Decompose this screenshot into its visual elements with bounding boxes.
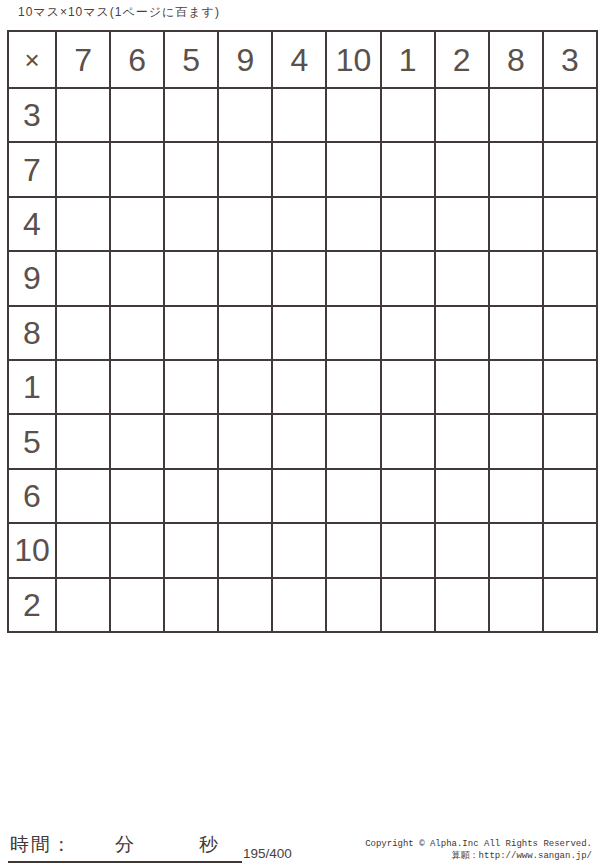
answer-cell-r6c1[interactable] (57, 361, 109, 413)
answer-cell-r7c4[interactable] (219, 415, 271, 467)
col-header-2: 2 (436, 32, 488, 87)
answer-cell-r3c10[interactable] (544, 198, 596, 250)
col-header-5: 5 (165, 32, 217, 87)
answer-cell-r4c10[interactable] (544, 252, 596, 304)
page-number: 195/400 (243, 846, 292, 861)
answer-cell-r9c3[interactable] (165, 524, 217, 576)
answer-cell-r5c8[interactable] (436, 307, 488, 359)
answer-cell-r4c4[interactable] (219, 252, 271, 304)
answer-cell-r4c1[interactable] (57, 252, 109, 304)
answer-cell-r10c7[interactable] (382, 579, 434, 631)
answer-cell-r9c4[interactable] (219, 524, 271, 576)
answer-cell-r2c10[interactable] (544, 143, 596, 195)
answer-cell-r10c4[interactable] (219, 579, 271, 631)
copyright-line1: Copyright © Alpha.Inc All Rights Reserve… (365, 839, 592, 851)
operator-cell: × (9, 32, 55, 87)
multiplication-grid: ×7659410128337498156102 (7, 30, 598, 633)
answer-cell-r9c2[interactable] (111, 524, 163, 576)
time-entry-line: 時間： 分 秒 (8, 832, 242, 863)
copyright: Copyright © Alpha.Inc All Rights Reserve… (365, 839, 592, 862)
answer-cell-r8c1[interactable] (57, 470, 109, 522)
row-header-9: 9 (9, 252, 55, 304)
answer-cell-r1c8[interactable] (436, 89, 488, 141)
answer-cell-r5c9[interactable] (490, 307, 542, 359)
row-header-8: 8 (9, 307, 55, 359)
answer-cell-r7c1[interactable] (57, 415, 109, 467)
answer-cell-r7c2[interactable] (111, 415, 163, 467)
row-header-3: 3 (9, 89, 55, 141)
answer-cell-r9c7[interactable] (382, 524, 434, 576)
answer-cell-r6c7[interactable] (382, 361, 434, 413)
col-header-3: 3 (544, 32, 596, 87)
answer-cell-r5c4[interactable] (219, 307, 271, 359)
answer-cell-r1c3[interactable] (165, 89, 217, 141)
answer-cell-r6c9[interactable] (490, 361, 542, 413)
answer-cell-r3c9[interactable] (490, 198, 542, 250)
answer-cell-r1c9[interactable] (490, 89, 542, 141)
answer-cell-r8c2[interactable] (111, 470, 163, 522)
answer-cell-r2c1[interactable] (57, 143, 109, 195)
answer-cell-r8c7[interactable] (382, 470, 434, 522)
answer-cell-r5c1[interactable] (57, 307, 109, 359)
answer-cell-r9c9[interactable] (490, 524, 542, 576)
copyright-line2: 算願：http://www.sangan.jp/ (365, 851, 592, 863)
answer-cell-r9c6[interactable] (327, 524, 379, 576)
row-header-10: 10 (9, 524, 55, 576)
answer-cell-r10c2[interactable] (111, 579, 163, 631)
answer-cell-r1c10[interactable] (544, 89, 596, 141)
answer-cell-r3c8[interactable] (436, 198, 488, 250)
answer-cell-r8c4[interactable] (219, 470, 271, 522)
answer-cell-r2c2[interactable] (111, 143, 163, 195)
worksheet-page: 10マス×10マス(1ページに百ます) ×7659410128337498156… (0, 0, 600, 865)
answer-cell-r2c7[interactable] (382, 143, 434, 195)
answer-cell-r8c10[interactable] (544, 470, 596, 522)
answer-cell-r4c3[interactable] (165, 252, 217, 304)
answer-cell-r9c10[interactable] (544, 524, 596, 576)
answer-cell-r8c3[interactable] (165, 470, 217, 522)
answer-cell-r9c5[interactable] (273, 524, 325, 576)
answer-cell-r4c8[interactable] (436, 252, 488, 304)
row-header-1: 1 (9, 361, 55, 413)
answer-cell-r3c3[interactable] (165, 198, 217, 250)
answer-cell-r1c5[interactable] (273, 89, 325, 141)
answer-cell-r6c4[interactable] (219, 361, 271, 413)
answer-cell-r2c9[interactable] (490, 143, 542, 195)
answer-cell-r1c2[interactable] (111, 89, 163, 141)
answer-cell-r10c5[interactable] (273, 579, 325, 631)
answer-cell-r4c2[interactable] (111, 252, 163, 304)
answer-cell-r3c1[interactable] (57, 198, 109, 250)
col-header-9: 9 (219, 32, 271, 87)
answer-cell-r8c5[interactable] (273, 470, 325, 522)
answer-cell-r3c4[interactable] (219, 198, 271, 250)
answer-cell-r10c1[interactable] (57, 579, 109, 631)
answer-cell-r7c5[interactable] (273, 415, 325, 467)
answer-cell-r2c5[interactable] (273, 143, 325, 195)
answer-cell-r1c1[interactable] (57, 89, 109, 141)
col-header-4: 4 (273, 32, 325, 87)
answer-cell-r4c7[interactable] (382, 252, 434, 304)
answer-cell-r4c5[interactable] (273, 252, 325, 304)
answer-cell-r2c8[interactable] (436, 143, 488, 195)
answer-cell-r5c2[interactable] (111, 307, 163, 359)
answer-cell-r2c4[interactable] (219, 143, 271, 195)
answer-cell-r3c2[interactable] (111, 198, 163, 250)
answer-cell-r5c5[interactable] (273, 307, 325, 359)
answer-cell-r3c6[interactable] (327, 198, 379, 250)
answer-cell-r8c8[interactable] (436, 470, 488, 522)
col-header-10: 10 (327, 32, 379, 87)
col-header-8: 8 (490, 32, 542, 87)
answer-cell-r3c7[interactable] (382, 198, 434, 250)
answer-cell-r10c10[interactable] (544, 579, 596, 631)
answer-cell-r8c9[interactable] (490, 470, 542, 522)
answer-cell-r1c7[interactable] (382, 89, 434, 141)
answer-cell-r4c9[interactable] (490, 252, 542, 304)
row-header-7: 7 (9, 143, 55, 195)
answer-cell-r6c8[interactable] (436, 361, 488, 413)
answer-cell-r7c7[interactable] (382, 415, 434, 467)
answer-cell-r1c4[interactable] (219, 89, 271, 141)
answer-cell-r2c3[interactable] (165, 143, 217, 195)
answer-cell-r6c2[interactable] (111, 361, 163, 413)
answer-cell-r5c6[interactable] (327, 307, 379, 359)
page-title: 10マス×10マス(1ページに百ます) (18, 4, 220, 21)
answer-cell-r10c9[interactable] (490, 579, 542, 631)
answer-cell-r6c5[interactable] (273, 361, 325, 413)
col-header-7: 7 (57, 32, 109, 87)
row-header-4: 4 (9, 198, 55, 250)
answer-cell-r5c3[interactable] (165, 307, 217, 359)
row-header-2: 2 (9, 579, 55, 631)
answer-cell-r10c3[interactable] (165, 579, 217, 631)
answer-cell-r7c8[interactable] (436, 415, 488, 467)
answer-cell-r1c6[interactable] (327, 89, 379, 141)
row-header-5: 5 (9, 415, 55, 467)
answer-cell-r5c7[interactable] (382, 307, 434, 359)
row-header-6: 6 (9, 470, 55, 522)
answer-cell-r6c3[interactable] (165, 361, 217, 413)
col-header-6: 6 (111, 32, 163, 87)
answer-cell-r7c6[interactable] (327, 415, 379, 467)
answer-cell-r9c8[interactable] (436, 524, 488, 576)
answer-cell-r10c6[interactable] (327, 579, 379, 631)
col-header-1: 1 (382, 32, 434, 87)
answer-cell-r2c6[interactable] (327, 143, 379, 195)
answer-cell-r7c9[interactable] (490, 415, 542, 467)
answer-cell-r9c1[interactable] (57, 524, 109, 576)
answer-cell-r7c3[interactable] (165, 415, 217, 467)
answer-cell-r7c10[interactable] (544, 415, 596, 467)
answer-cell-r3c5[interactable] (273, 198, 325, 250)
answer-cell-r6c10[interactable] (544, 361, 596, 413)
answer-cell-r6c6[interactable] (327, 361, 379, 413)
answer-cell-r10c8[interactable] (436, 579, 488, 631)
answer-cell-r5c10[interactable] (544, 307, 596, 359)
answer-cell-r4c6[interactable] (327, 252, 379, 304)
answer-cell-r8c6[interactable] (327, 470, 379, 522)
